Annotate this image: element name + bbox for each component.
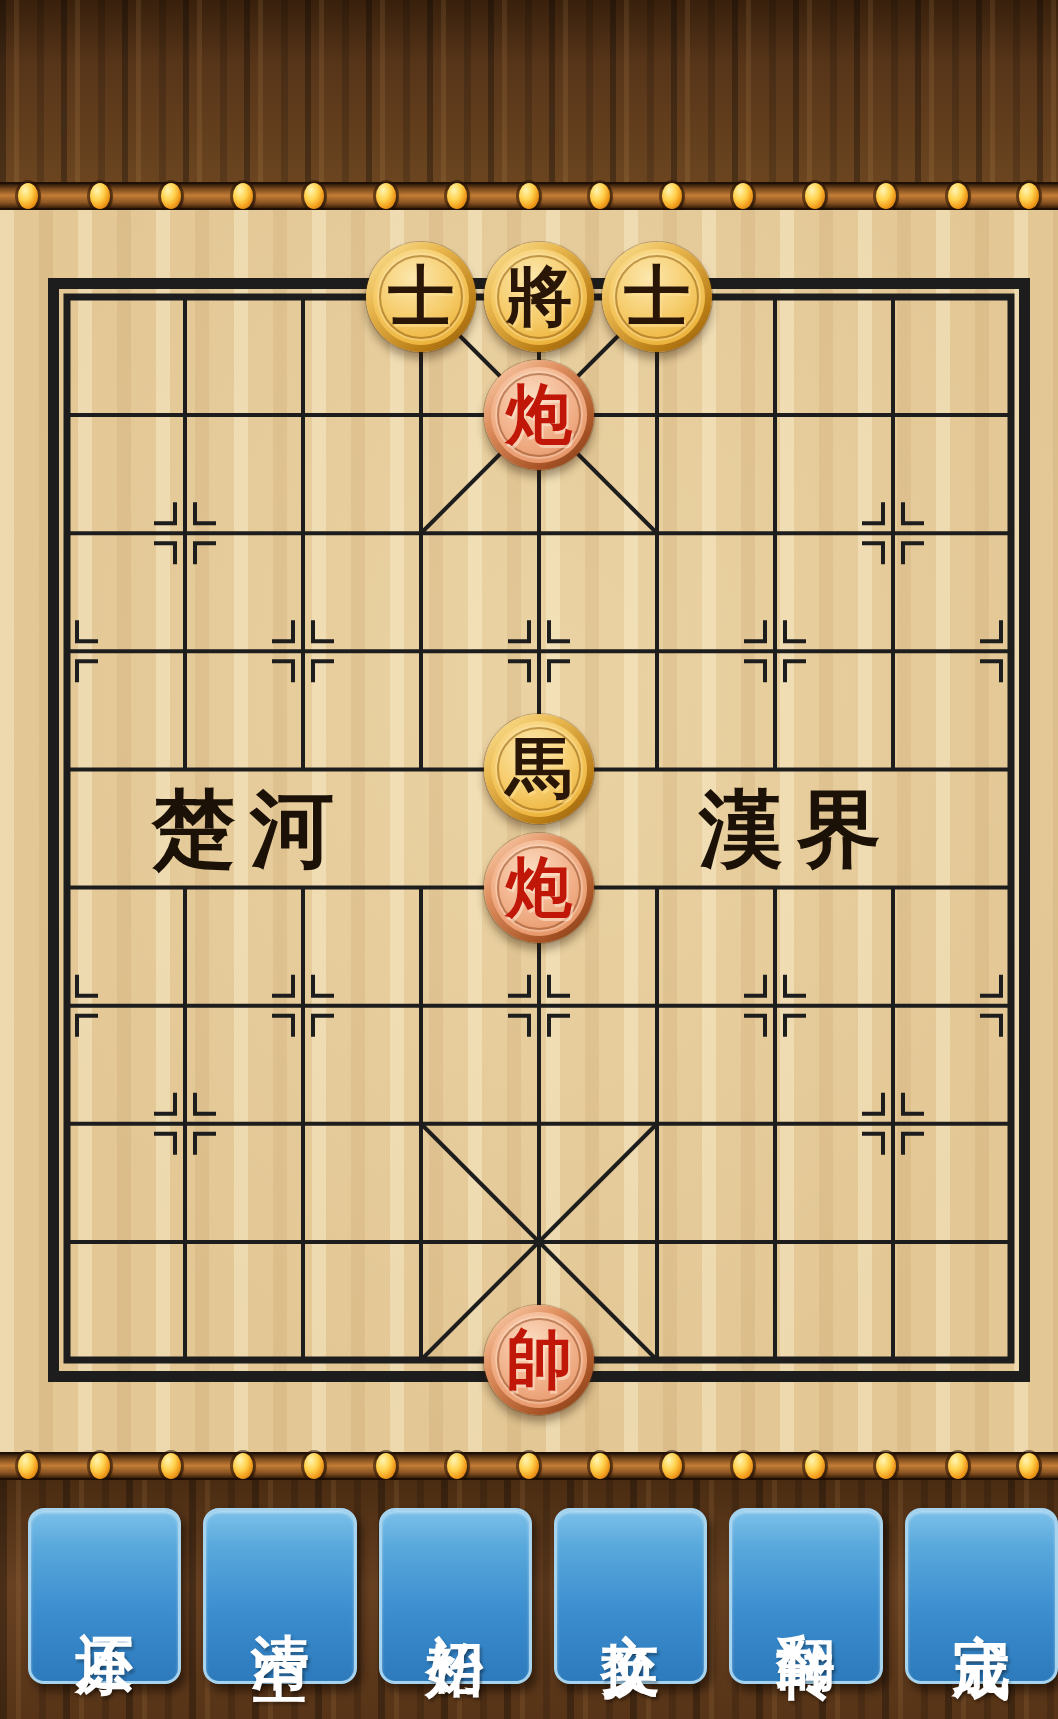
initial-button[interactable]: 初始 <box>379 1508 532 1684</box>
piece-black-horse[interactable]: 馬 <box>484 714 594 824</box>
piece-glyph: 將 <box>484 242 594 352</box>
piece-glyph: 馬 <box>484 714 594 824</box>
restore-button[interactable]: 还原 <box>28 1508 181 1684</box>
done-button[interactable]: 完成 <box>905 1508 1058 1684</box>
button-label: 完成 <box>952 1586 1010 1606</box>
piece-black-advisor-left[interactable]: 士 <box>366 242 476 352</box>
toolbar: 还原清空初始交换翻转完成 <box>28 1508 1058 1684</box>
flip-button[interactable]: 翻转 <box>729 1508 882 1684</box>
piece-glyph: 炮 <box>484 360 594 470</box>
piece-glyph: 炮 <box>484 833 594 943</box>
piece-glyph: 帥 <box>484 1305 594 1415</box>
button-label: 还原 <box>76 1586 134 1606</box>
clear-button[interactable]: 清空 <box>203 1508 356 1684</box>
piece-red-cannon-bottom[interactable]: 炮 <box>484 833 594 943</box>
button-label: 初始 <box>426 1586 484 1606</box>
piece-glyph: 士 <box>366 242 476 352</box>
piece-red-general[interactable]: 帥 <box>484 1305 594 1415</box>
button-label: 清空 <box>251 1586 309 1606</box>
river-label-left: 楚河 <box>152 787 348 871</box>
piece-black-advisor-right[interactable]: 士 <box>602 242 712 352</box>
piece-red-cannon-top[interactable]: 炮 <box>484 360 594 470</box>
piece-black-general[interactable]: 將 <box>484 242 594 352</box>
swap-button[interactable]: 交换 <box>554 1508 707 1684</box>
button-label: 翻转 <box>777 1586 835 1606</box>
river-label-right: 漢界 <box>699 787 895 871</box>
button-label: 交换 <box>602 1586 660 1606</box>
piece-glyph: 士 <box>602 242 712 352</box>
app-screen: 楚河 漢界 士將士炮馬炮帥 还原清空初始交换翻转完成 <box>0 0 1058 1719</box>
